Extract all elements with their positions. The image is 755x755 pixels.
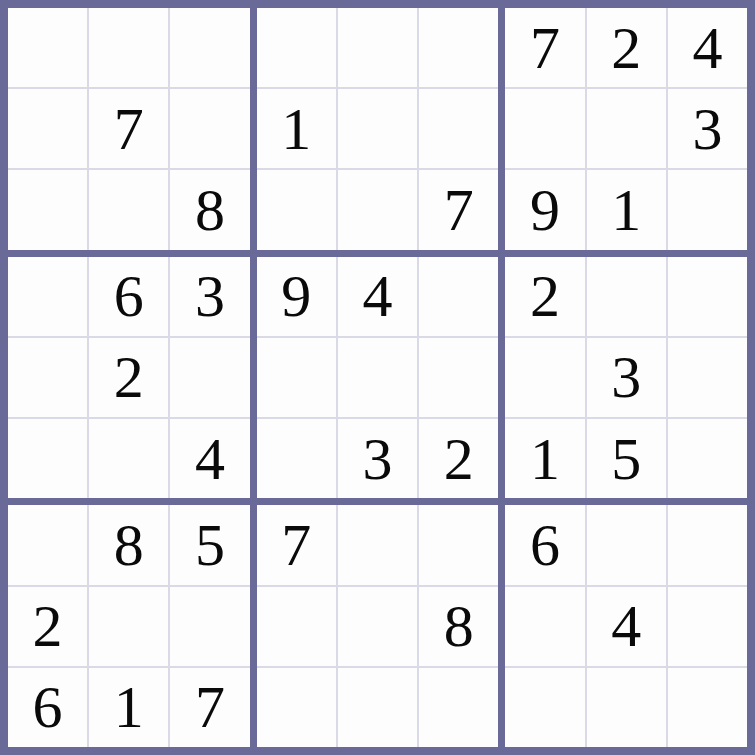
- cell-r2c1[interactable]: [8, 89, 87, 168]
- sudoku-board: 78177243916324943223158526177864: [0, 0, 755, 755]
- cell-r8c7[interactable]: [505, 587, 584, 666]
- cell-r4c6[interactable]: [419, 257, 498, 336]
- box-r1c2: 17: [257, 8, 499, 250]
- cell-r9c2[interactable]: 1: [89, 668, 168, 747]
- cell-r6c7[interactable]: 1: [505, 419, 584, 498]
- cell-r1c5[interactable]: [338, 8, 417, 87]
- box-r3c3: 64: [505, 505, 747, 747]
- cell-r9c6[interactable]: [419, 668, 498, 747]
- cell-r9c7[interactable]: [505, 668, 584, 747]
- cell-r7c3[interactable]: 5: [170, 505, 249, 584]
- cell-r1c2[interactable]: [89, 8, 168, 87]
- cell-r8c3[interactable]: [170, 587, 249, 666]
- cell-r8c1[interactable]: 2: [8, 587, 87, 666]
- cell-r6c6[interactable]: 2: [419, 419, 498, 498]
- cell-r9c1[interactable]: 6: [8, 668, 87, 747]
- cell-r7c5[interactable]: [338, 505, 417, 584]
- cell-r8c5[interactable]: [338, 587, 417, 666]
- cell-r6c8[interactable]: 5: [587, 419, 666, 498]
- cell-r2c9[interactable]: 3: [668, 89, 747, 168]
- cell-r9c3[interactable]: 7: [170, 668, 249, 747]
- cell-r7c6[interactable]: [419, 505, 498, 584]
- box-r3c1: 852617: [8, 505, 250, 747]
- cell-r1c1[interactable]: [8, 8, 87, 87]
- cell-r7c9[interactable]: [668, 505, 747, 584]
- cell-r9c4[interactable]: [257, 668, 336, 747]
- cell-r4c3[interactable]: 3: [170, 257, 249, 336]
- cell-r1c9[interactable]: 4: [668, 8, 747, 87]
- cell-r1c7[interactable]: 7: [505, 8, 584, 87]
- cell-r5c7[interactable]: [505, 338, 584, 417]
- cell-r3c3[interactable]: 8: [170, 170, 249, 249]
- cell-r3c7[interactable]: 9: [505, 170, 584, 249]
- cell-r5c6[interactable]: [419, 338, 498, 417]
- cell-r3c2[interactable]: [89, 170, 168, 249]
- cell-r2c4[interactable]: 1: [257, 89, 336, 168]
- cell-r8c6[interactable]: 8: [419, 587, 498, 666]
- cell-r6c3[interactable]: 4: [170, 419, 249, 498]
- box-r2c1: 6324: [8, 257, 250, 499]
- cell-r6c5[interactable]: 3: [338, 419, 417, 498]
- cell-r6c4[interactable]: [257, 419, 336, 498]
- cell-r3c8[interactable]: 1: [587, 170, 666, 249]
- cell-r8c8[interactable]: 4: [587, 587, 666, 666]
- box-r1c1: 78: [8, 8, 250, 250]
- box-r2c3: 2315: [505, 257, 747, 499]
- cell-r3c1[interactable]: [8, 170, 87, 249]
- cell-r4c7[interactable]: 2: [505, 257, 584, 336]
- cell-r2c5[interactable]: [338, 89, 417, 168]
- cell-r3c6[interactable]: 7: [419, 170, 498, 249]
- cell-r2c6[interactable]: [419, 89, 498, 168]
- cell-r2c3[interactable]: [170, 89, 249, 168]
- cell-r7c2[interactable]: 8: [89, 505, 168, 584]
- cell-r2c2[interactable]: 7: [89, 89, 168, 168]
- cell-r8c4[interactable]: [257, 587, 336, 666]
- cell-r7c4[interactable]: 7: [257, 505, 336, 584]
- cell-r2c7[interactable]: [505, 89, 584, 168]
- cell-r1c6[interactable]: [419, 8, 498, 87]
- cell-r1c8[interactable]: 2: [587, 8, 666, 87]
- cell-r4c9[interactable]: [668, 257, 747, 336]
- cell-r7c7[interactable]: 6: [505, 505, 584, 584]
- cell-r4c5[interactable]: 4: [338, 257, 417, 336]
- cell-r7c1[interactable]: [8, 505, 87, 584]
- cell-r5c4[interactable]: [257, 338, 336, 417]
- cell-r5c9[interactable]: [668, 338, 747, 417]
- cell-r5c5[interactable]: [338, 338, 417, 417]
- cell-r9c5[interactable]: [338, 668, 417, 747]
- cell-r8c2[interactable]: [89, 587, 168, 666]
- box-r3c2: 78: [257, 505, 499, 747]
- cell-r5c8[interactable]: 3: [587, 338, 666, 417]
- cell-r6c1[interactable]: [8, 419, 87, 498]
- cell-r4c8[interactable]: [587, 257, 666, 336]
- cell-r3c9[interactable]: [668, 170, 747, 249]
- cell-r3c4[interactable]: [257, 170, 336, 249]
- cell-r4c1[interactable]: [8, 257, 87, 336]
- cell-r5c2[interactable]: 2: [89, 338, 168, 417]
- box-r1c3: 724391: [505, 8, 747, 250]
- cell-r4c4[interactable]: 9: [257, 257, 336, 336]
- cell-r8c9[interactable]: [668, 587, 747, 666]
- cell-r7c8[interactable]: [587, 505, 666, 584]
- cell-r5c1[interactable]: [8, 338, 87, 417]
- cell-r2c8[interactable]: [587, 89, 666, 168]
- cell-r4c2[interactable]: 6: [89, 257, 168, 336]
- cell-r9c9[interactable]: [668, 668, 747, 747]
- cell-r6c2[interactable]: [89, 419, 168, 498]
- cell-r1c3[interactable]: [170, 8, 249, 87]
- cell-r9c8[interactable]: [587, 668, 666, 747]
- cell-r3c5[interactable]: [338, 170, 417, 249]
- cell-r5c3[interactable]: [170, 338, 249, 417]
- cell-r1c4[interactable]: [257, 8, 336, 87]
- cell-r6c9[interactable]: [668, 419, 747, 498]
- box-r2c2: 9432: [257, 257, 499, 499]
